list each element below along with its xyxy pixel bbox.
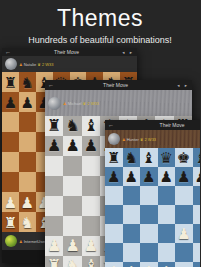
square-b6 [63, 156, 81, 176]
square-b8: ♞ [123, 148, 141, 167]
square-b2: ♟ [63, 236, 81, 256]
square-d5 [158, 205, 176, 224]
white-rook: ♜ [4, 215, 17, 230]
player-name: Michael [67, 101, 83, 106]
square-f8: ♝ [193, 148, 201, 167]
black-pawn: ♟ [84, 138, 98, 154]
player-bar-opponent: ♟ Hunter ♛ 2 W33 [105, 130, 200, 148]
square-a7: ♟ [105, 167, 123, 186]
page-title: Themes [0, 5, 200, 32]
player-info: ♟ Hunter ♛ 2 W33 [122, 137, 156, 142]
square-a1: ♜ [2, 212, 19, 232]
player-name: Natalie [23, 62, 38, 67]
square-b8: ♞ [63, 116, 81, 136]
white-pawn: ♟ [84, 238, 98, 254]
white-rook: ♜ [47, 258, 61, 267]
player-avatar [108, 133, 120, 145]
page-subtitle: Hundreds of beautiful combinations! [0, 35, 200, 45]
game-status-title: Their Move [11, 49, 122, 55]
square-b5 [63, 176, 81, 196]
square-c2: ♟ [140, 262, 158, 267]
player-info: ♟ Michael ♛ 2 W33 [63, 101, 99, 106]
square-a3 [45, 216, 63, 236]
white-pawn: ♟ [177, 226, 190, 241]
game-title-bar: ←Their Move◂ ▸ [45, 80, 192, 90]
square-a8: ♜ [105, 148, 123, 167]
square-b7: ♟ [123, 167, 141, 186]
white-pawn: ♟ [65, 238, 79, 254]
square-c8: ♝ [140, 148, 158, 167]
square-b4 [19, 152, 36, 172]
square-f2: ♟ [193, 262, 201, 267]
square-a4 [105, 224, 123, 243]
black-bishop: ♝ [84, 118, 98, 134]
black-rook: ♜ [4, 75, 17, 90]
square-c4 [140, 224, 158, 243]
square-a8: ♜ [2, 72, 19, 92]
player-avatar [5, 58, 17, 70]
black-pawn: ♟ [107, 169, 120, 184]
square-e6 [175, 186, 193, 205]
square-c5 [140, 205, 158, 224]
player-avatar [5, 235, 17, 247]
square-b3 [19, 172, 36, 192]
square-c7: ♟ [140, 167, 158, 186]
square-d8: ♛ [158, 148, 176, 167]
square-a2: ♟ [2, 192, 19, 212]
square-a1: ♜ [45, 256, 63, 267]
square-b8: ♞ [19, 72, 36, 92]
game-title-bar: ←Their Move◂ ▸ [105, 120, 200, 130]
square-a5 [105, 205, 123, 224]
header: Themes Hundreds of beautiful combination… [0, 0, 200, 45]
square-c3 [82, 216, 100, 236]
black-rook: ♜ [47, 118, 61, 134]
square-a6 [2, 112, 19, 132]
game-status-title: Their Move [54, 82, 177, 88]
square-d3 [158, 243, 176, 262]
white-pawn: ♟ [21, 195, 34, 210]
themes-promo-screen: Themes Hundreds of beautiful combination… [0, 0, 200, 267]
square-b7: ♟ [19, 92, 36, 112]
square-b2: ♟ [19, 192, 36, 212]
move-nav-icons: ◂ ▸ [122, 50, 134, 55]
white-pawn: ♟ [4, 195, 17, 210]
square-d4 [158, 224, 176, 243]
player-bar-opponent: ♟ Natalie ♛ 2 W33 [2, 56, 137, 72]
black-pawn: ♟ [4, 95, 17, 110]
square-e4: ♟ [175, 224, 193, 243]
square-f6 [193, 186, 201, 205]
square-b6 [123, 186, 141, 205]
square-b1: ♞ [63, 256, 81, 267]
black-queen: ♛ [160, 150, 173, 165]
black-pawn: ♟ [160, 169, 173, 184]
black-pawn: ♟ [21, 95, 34, 110]
square-c2: ♟ [82, 236, 100, 256]
square-b4 [63, 196, 81, 216]
black-pawn: ♟ [65, 138, 79, 154]
player-name: Hunter [126, 137, 140, 142]
square-e3 [175, 243, 193, 262]
square-a6 [45, 156, 63, 176]
black-knight: ♞ [21, 75, 34, 90]
player-badges: ♛ 2 W33 [140, 137, 156, 142]
square-c7: ♟ [82, 136, 100, 156]
square-a7: ♟ [45, 136, 63, 156]
game-title-bar: ←Their Move◂ ▸ [2, 48, 137, 56]
square-d2: ♟ [158, 262, 176, 267]
square-b5 [123, 205, 141, 224]
black-pawn: ♟ [177, 169, 190, 184]
black-knight: ♞ [125, 150, 138, 165]
game-status-title: Their Move [114, 122, 200, 128]
square-c3 [140, 243, 158, 262]
player-badges: ♛ 2 W33 [37, 62, 53, 67]
player-bar-opponent: ♟ Michael ♛ 2 W33 [45, 90, 192, 116]
square-b3 [123, 243, 141, 262]
black-pawn: ♟ [125, 169, 138, 184]
white-pawn: ♟ [47, 238, 61, 254]
black-pawn: ♟ [47, 138, 61, 154]
black-pawn: ♟ [195, 169, 200, 184]
square-b7: ♟ [63, 136, 81, 156]
square-e8: ♚ [175, 148, 193, 167]
square-a2: ♟ [105, 262, 123, 267]
square-c5 [82, 176, 100, 196]
square-b2: ♟ [123, 262, 141, 267]
player-name: InternetUser [23, 239, 47, 244]
player-avatar [48, 97, 61, 110]
white-knight: ♞ [65, 258, 79, 267]
square-a2: ♟ [45, 236, 63, 256]
square-d7: ♟ [158, 167, 176, 186]
square-a5 [45, 176, 63, 196]
black-bishop: ♝ [142, 150, 155, 165]
square-a7: ♟ [2, 92, 19, 112]
black-pawn: ♟ [142, 169, 155, 184]
square-e2 [175, 262, 193, 267]
black-knight: ♞ [65, 118, 79, 134]
black-rook: ♜ [107, 150, 120, 165]
square-e5 [175, 205, 193, 224]
theme-screenshot-blue[interactable]: ←Their Move◂ ▸♟ Hunter ♛ 2 W33♜♞♝♛♚♝♞♜♟♟… [105, 120, 200, 267]
square-f7: ♟ [193, 167, 201, 186]
player-info: ♟ Natalie ♛ 2 W33 [19, 62, 54, 67]
square-a4 [45, 196, 63, 216]
square-a4 [2, 152, 19, 172]
square-a6 [105, 186, 123, 205]
square-b5 [19, 132, 36, 152]
square-d6 [158, 186, 176, 205]
white-bishop: ♝ [84, 258, 98, 267]
square-e7: ♟ [175, 167, 193, 186]
white-knight: ♞ [21, 215, 34, 230]
square-f5 [193, 205, 201, 224]
square-a3 [105, 243, 123, 262]
black-king: ♚ [177, 150, 190, 165]
square-c6 [82, 156, 100, 176]
square-c6 [140, 186, 158, 205]
square-a8: ♜ [45, 116, 63, 136]
square-c1: ♝ [82, 256, 100, 267]
square-b4 [123, 224, 141, 243]
square-b1: ♞ [19, 212, 36, 232]
square-c8: ♝ [82, 116, 100, 136]
square-b6 [19, 112, 36, 132]
player-badges: ♛ 2 W33 [83, 101, 99, 106]
square-f4 [193, 224, 201, 243]
square-c4 [82, 196, 100, 216]
square-a5 [2, 132, 19, 152]
square-b3 [63, 216, 81, 236]
move-nav-icons: ◂ ▸ [177, 83, 189, 88]
black-bishop: ♝ [195, 150, 200, 165]
square-a3 [2, 172, 19, 192]
square-f3 [193, 243, 201, 262]
chess-board-blue: ♜♞♝♛♚♝♞♜♟♟♟♟♟♟♟♟♟♟♟♟♟♟♟♟♜♞♝♛♚♝♞♜ [105, 148, 200, 267]
